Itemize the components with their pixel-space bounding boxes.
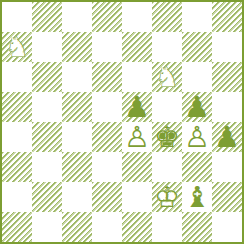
square-c3[interactable] [62, 152, 92, 182]
square-h4[interactable]: ♟ [212, 122, 242, 152]
square-c5[interactable] [62, 92, 92, 122]
square-b5[interactable] [32, 92, 62, 122]
square-e2[interactable] [122, 182, 152, 212]
square-b6[interactable] [32, 62, 62, 92]
square-d5[interactable] [92, 92, 122, 122]
square-e1[interactable] [122, 212, 152, 242]
square-c4[interactable] [62, 122, 92, 152]
square-h2[interactable] [212, 182, 242, 212]
square-f2[interactable]: ♚♔ [152, 182, 182, 212]
square-a2[interactable] [2, 182, 32, 212]
square-a8[interactable] [2, 2, 32, 32]
square-f6[interactable]: ♞♘ [152, 62, 182, 92]
square-h6[interactable] [212, 62, 242, 92]
square-d7[interactable] [92, 32, 122, 62]
square-h8[interactable] [212, 2, 242, 32]
square-f4[interactable]: ♚ [152, 122, 182, 152]
square-h5[interactable] [212, 92, 242, 122]
square-d3[interactable] [92, 152, 122, 182]
square-g2[interactable]: ♝ [182, 182, 212, 212]
chess-board-frame: ♞♘♞♘♟♟♟♙♚♟♙♟♚♔♝ [0, 0, 244, 244]
square-e5[interactable]: ♟ [122, 92, 152, 122]
square-d2[interactable] [92, 182, 122, 212]
square-e3[interactable] [122, 152, 152, 182]
white-pawn-icon[interactable]: ♙ [182, 122, 212, 152]
square-h1[interactable] [212, 212, 242, 242]
square-b3[interactable] [32, 152, 62, 182]
square-c1[interactable] [62, 212, 92, 242]
white-pawn-icon[interactable]: ♙ [122, 122, 152, 152]
chess-board: ♞♘♞♘♟♟♟♙♚♟♙♟♚♔♝ [2, 2, 242, 242]
square-g5[interactable]: ♟ [182, 92, 212, 122]
white-king-icon[interactable]: ♔ [152, 182, 182, 212]
black-pawn-icon[interactable]: ♟ [122, 92, 152, 122]
square-a1[interactable] [2, 212, 32, 242]
square-c6[interactable] [62, 62, 92, 92]
square-g4[interactable]: ♟♙ [182, 122, 212, 152]
square-g3[interactable] [182, 152, 212, 182]
square-g6[interactable] [182, 62, 212, 92]
square-d8[interactable] [92, 2, 122, 32]
square-c8[interactable] [62, 2, 92, 32]
square-b2[interactable] [32, 182, 62, 212]
square-g7[interactable] [182, 32, 212, 62]
square-h7[interactable] [212, 32, 242, 62]
square-a6[interactable] [2, 62, 32, 92]
square-e4[interactable]: ♟♙ [122, 122, 152, 152]
white-knight-icon[interactable]: ♘ [152, 62, 182, 92]
square-a7[interactable]: ♞♘ [2, 32, 32, 62]
square-e6[interactable] [122, 62, 152, 92]
square-e8[interactable] [122, 2, 152, 32]
square-a5[interactable] [2, 92, 32, 122]
square-d6[interactable] [92, 62, 122, 92]
square-c7[interactable] [62, 32, 92, 62]
square-h3[interactable] [212, 152, 242, 182]
square-e7[interactable] [122, 32, 152, 62]
square-b1[interactable] [32, 212, 62, 242]
square-f8[interactable] [152, 2, 182, 32]
square-b8[interactable] [32, 2, 62, 32]
square-f5[interactable] [152, 92, 182, 122]
square-f3[interactable] [152, 152, 182, 182]
square-d1[interactable] [92, 212, 122, 242]
black-pawn-icon[interactable]: ♟ [212, 122, 242, 152]
black-king-icon[interactable]: ♚ [152, 122, 182, 152]
square-c2[interactable] [62, 182, 92, 212]
black-pawn-icon[interactable]: ♟ [182, 92, 212, 122]
square-b4[interactable] [32, 122, 62, 152]
black-bishop-icon[interactable]: ♝ [182, 182, 212, 212]
square-f7[interactable] [152, 32, 182, 62]
square-g1[interactable] [182, 212, 212, 242]
white-knight-icon[interactable]: ♘ [2, 32, 32, 62]
square-a4[interactable] [2, 122, 32, 152]
square-g8[interactable] [182, 2, 212, 32]
square-f1[interactable] [152, 212, 182, 242]
square-d4[interactable] [92, 122, 122, 152]
square-b7[interactable] [32, 32, 62, 62]
square-a3[interactable] [2, 152, 32, 182]
